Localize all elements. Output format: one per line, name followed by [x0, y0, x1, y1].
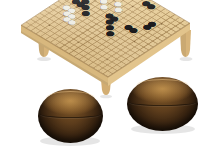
go-bowl-left: [38, 89, 103, 143]
leg-shadow: [180, 57, 193, 61]
leg-shadow: [100, 95, 112, 99]
leg-shadow: [37, 57, 51, 61]
go-set-photo: ●●●●●●●●●●●●●●●●●●●●●●●●●●: [0, 0, 206, 156]
go-bowl-right: [127, 77, 198, 131]
